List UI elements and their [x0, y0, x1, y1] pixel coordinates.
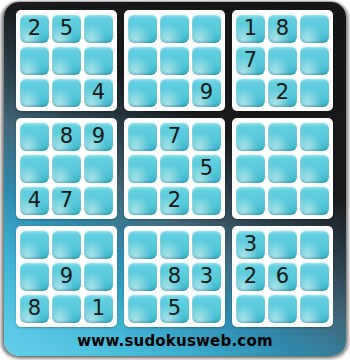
cell-r1c1[interactable]: 2 [20, 14, 49, 43]
cell-r3c3[interactable]: 4 [84, 78, 113, 107]
cell-r1c4[interactable] [128, 14, 157, 43]
cell-r3c4[interactable] [128, 78, 157, 107]
cell-r3c8[interactable]: 2 [268, 78, 297, 107]
cell-r2c6[interactable] [192, 46, 221, 75]
cell-r4c4[interactable] [128, 122, 157, 151]
cell-r5c1[interactable] [20, 154, 49, 183]
cell-r9c5[interactable]: 5 [160, 294, 189, 323]
box-r2c2: 752 [124, 118, 225, 219]
cell-r4c6[interactable] [192, 122, 221, 151]
cell-r9c6[interactable] [192, 294, 221, 323]
cell-r1c8[interactable]: 8 [268, 14, 297, 43]
box-r1c1: 254 [16, 10, 117, 111]
box-r2c3 [232, 118, 333, 219]
cell-r8c9[interactable] [300, 262, 329, 291]
cell-r9c1[interactable]: 8 [20, 294, 49, 323]
cell-r7c6[interactable] [192, 230, 221, 259]
cell-r5c8[interactable] [268, 154, 297, 183]
cell-r8c1[interactable] [20, 262, 49, 291]
cell-r7c1[interactable] [20, 230, 49, 259]
cell-r6c5[interactable]: 2 [160, 186, 189, 215]
cell-r8c6[interactable]: 3 [192, 262, 221, 291]
cell-r2c5[interactable] [160, 46, 189, 75]
sudoku-page: 254918728947752981835326 www.sudokusweb.… [0, 0, 350, 360]
cell-r1c3[interactable] [84, 14, 113, 43]
cell-r9c4[interactable] [128, 294, 157, 323]
cell-r3c6[interactable]: 9 [192, 78, 221, 107]
cell-r2c8[interactable] [268, 46, 297, 75]
cell-r6c1[interactable]: 4 [20, 186, 49, 215]
cell-r8c2[interactable]: 9 [52, 262, 81, 291]
cell-r3c7[interactable] [236, 78, 265, 107]
cell-r6c8[interactable] [268, 186, 297, 215]
box-r3c3: 326 [232, 226, 333, 327]
cell-r8c4[interactable] [128, 262, 157, 291]
cell-r6c3[interactable] [84, 186, 113, 215]
cell-r3c1[interactable] [20, 78, 49, 107]
cell-r7c9[interactable] [300, 230, 329, 259]
cell-r7c2[interactable] [52, 230, 81, 259]
cell-r1c6[interactable] [192, 14, 221, 43]
cell-r8c8[interactable]: 6 [268, 262, 297, 291]
cell-r6c9[interactable] [300, 186, 329, 215]
cell-r9c2[interactable] [52, 294, 81, 323]
cell-r3c2[interactable] [52, 78, 81, 107]
cell-r5c4[interactable] [128, 154, 157, 183]
cell-r2c1[interactable] [20, 46, 49, 75]
sudoku-board: 254918728947752981835326 [16, 10, 333, 327]
box-r2c1: 8947 [16, 118, 117, 219]
cell-r5c5[interactable] [160, 154, 189, 183]
cell-r2c3[interactable] [84, 46, 113, 75]
box-r1c2: 9 [124, 10, 225, 111]
cell-r7c3[interactable] [84, 230, 113, 259]
cell-r8c5[interactable]: 8 [160, 262, 189, 291]
cell-r5c2[interactable] [52, 154, 81, 183]
cell-r1c7[interactable]: 1 [236, 14, 265, 43]
cell-r9c9[interactable] [300, 294, 329, 323]
cell-r7c5[interactable] [160, 230, 189, 259]
website-url: www.sudokusweb.com [4, 331, 346, 351]
cell-r5c6[interactable]: 5 [192, 154, 221, 183]
cell-r4c8[interactable] [268, 122, 297, 151]
cell-r8c3[interactable] [84, 262, 113, 291]
cell-r1c9[interactable] [300, 14, 329, 43]
cell-r1c5[interactable] [160, 14, 189, 43]
box-r3c2: 835 [124, 226, 225, 327]
box-r1c3: 1872 [232, 10, 333, 111]
cell-r4c9[interactable] [300, 122, 329, 151]
cell-r2c7[interactable]: 7 [236, 46, 265, 75]
box-r3c1: 981 [16, 226, 117, 327]
cell-r1c2[interactable]: 5 [52, 14, 81, 43]
cell-r2c2[interactable] [52, 46, 81, 75]
cell-r6c7[interactable] [236, 186, 265, 215]
cell-r8c7[interactable]: 2 [236, 262, 265, 291]
cell-r4c2[interactable]: 8 [52, 122, 81, 151]
cell-r7c7[interactable]: 3 [236, 230, 265, 259]
puzzle-frame: 254918728947752981835326 www.sudokusweb.… [4, 2, 346, 356]
cell-r4c7[interactable] [236, 122, 265, 151]
cell-r9c7[interactable] [236, 294, 265, 323]
cell-r9c3[interactable]: 1 [84, 294, 113, 323]
cell-r2c4[interactable] [128, 46, 157, 75]
cell-r3c9[interactable] [300, 78, 329, 107]
cell-r5c9[interactable] [300, 154, 329, 183]
cell-r3c5[interactable] [160, 78, 189, 107]
cell-r7c4[interactable] [128, 230, 157, 259]
cell-r6c4[interactable] [128, 186, 157, 215]
cell-r5c7[interactable] [236, 154, 265, 183]
cell-r4c1[interactable] [20, 122, 49, 151]
cell-r6c2[interactable]: 7 [52, 186, 81, 215]
cell-r4c5[interactable]: 7 [160, 122, 189, 151]
cell-r5c3[interactable] [84, 154, 113, 183]
cell-r2c9[interactable] [300, 46, 329, 75]
cell-r6c6[interactable] [192, 186, 221, 215]
cell-r4c3[interactable]: 9 [84, 122, 113, 151]
cell-r9c8[interactable] [268, 294, 297, 323]
cell-r7c8[interactable] [268, 230, 297, 259]
